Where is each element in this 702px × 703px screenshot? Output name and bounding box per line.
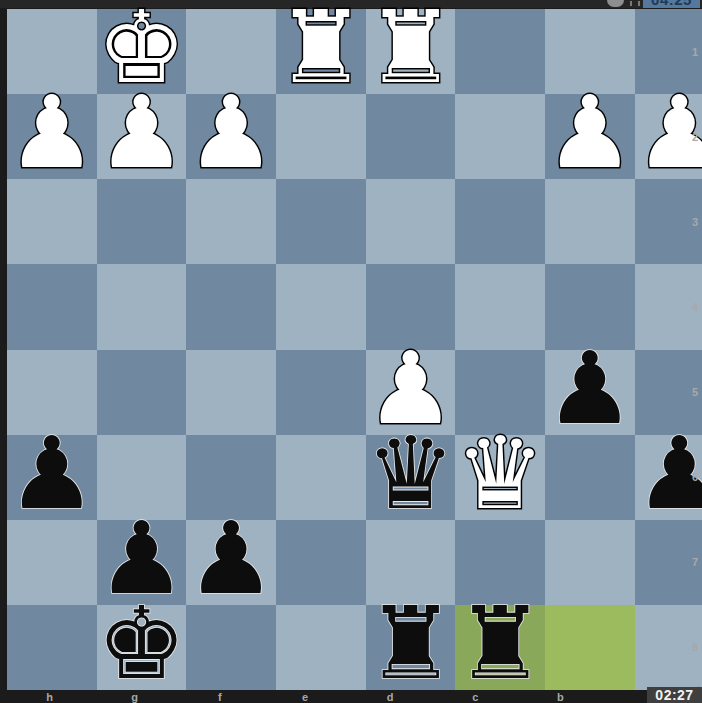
rank-labels: 12345678 [688,9,702,690]
notification-icon[interactable] [607,0,624,7]
square-d3[interactable] [366,179,456,264]
rank-label-3: 3 [688,179,702,264]
black-queen[interactable]: ♛ [366,431,456,516]
square-b2[interactable]: ♟ [545,94,635,179]
square-b6[interactable] [545,435,635,520]
white-pawn[interactable]: ♟ [545,90,635,175]
top-bar-tick [630,1,632,6]
square-f3[interactable] [186,179,276,264]
square-e8[interactable] [276,605,366,690]
square-d2[interactable] [366,94,456,179]
file-label-d: d [348,690,433,703]
square-d6[interactable]: ♛ [366,435,456,520]
white-queen[interactable]: ♛ [455,431,545,516]
square-h8[interactable] [7,605,97,690]
square-h4[interactable] [7,264,97,349]
square-e7[interactable] [276,520,366,605]
white-pawn[interactable]: ♟ [186,90,276,175]
square-e2[interactable] [276,94,366,179]
file-labels: hgfedcb [7,690,688,703]
square-d1[interactable]: ♜ [366,9,456,94]
black-king[interactable]: ♚ [97,601,187,686]
file-label-c: c [433,690,518,703]
white-pawn[interactable]: ♟ [7,90,97,175]
white-rook[interactable]: ♜ [276,5,366,90]
square-h3[interactable] [7,179,97,264]
black-pawn[interactable]: ♟ [545,346,635,431]
file-label-b: b [518,690,603,703]
square-f2[interactable]: ♟ [186,94,276,179]
square-g5[interactable] [97,350,187,435]
square-h7[interactable] [7,520,97,605]
square-c1[interactable] [455,9,545,94]
square-e4[interactable] [276,264,366,349]
opponent-clock: 04:25 [643,0,700,8]
player-clock: 02:27 [647,687,702,703]
rank-label-8: 8 [688,605,702,690]
square-b3[interactable] [545,179,635,264]
square-f7[interactable]: ♟ [186,520,276,605]
square-f8[interactable] [186,605,276,690]
square-c4[interactable] [455,264,545,349]
chess-board: ♚♜♜♟♟♟♟♟♟♟♟♛♛♟♟♟♚♜♜ [7,9,688,690]
rank-label-2: 2 [688,94,702,179]
square-b7[interactable] [545,520,635,605]
black-pawn[interactable]: ♟ [7,431,97,516]
white-rook[interactable]: ♜ [366,5,456,90]
black-pawn[interactable]: ♟ [186,516,276,601]
file-label-g: g [92,690,177,703]
square-e3[interactable] [276,179,366,264]
square-c8[interactable]: ♜ [455,605,545,690]
rank-label-6: 6 [688,435,702,520]
square-d8[interactable]: ♜ [366,605,456,690]
square-e1[interactable]: ♜ [276,9,366,94]
rank-label-4: 4 [688,264,702,349]
square-g4[interactable] [97,264,187,349]
black-rook[interactable]: ♜ [366,601,456,686]
square-h6[interactable]: ♟ [7,435,97,520]
white-pawn[interactable]: ♟ [97,90,187,175]
opponent-clock-time: 04:25 [651,0,692,8]
rank-label-7: 7 [688,520,702,605]
square-c3[interactable] [455,179,545,264]
player-clock-time: 02:27 [655,687,693,703]
square-e6[interactable] [276,435,366,520]
top-bar-tick [638,1,640,6]
square-c6[interactable]: ♛ [455,435,545,520]
rank-label-1: 1 [688,9,702,94]
square-f5[interactable] [186,350,276,435]
square-g2[interactable]: ♟ [97,94,187,179]
rank-label-5: 5 [688,350,702,435]
file-label-f: f [177,690,262,703]
square-c2[interactable] [455,94,545,179]
file-label-e: e [262,690,347,703]
square-e5[interactable] [276,350,366,435]
file-label-h: h [7,690,92,703]
square-h2[interactable]: ♟ [7,94,97,179]
square-g3[interactable] [97,179,187,264]
square-b8[interactable] [545,605,635,690]
square-f4[interactable] [186,264,276,349]
square-g8[interactable]: ♚ [97,605,187,690]
black-rook[interactable]: ♜ [455,601,545,686]
square-b5[interactable]: ♟ [545,350,635,435]
